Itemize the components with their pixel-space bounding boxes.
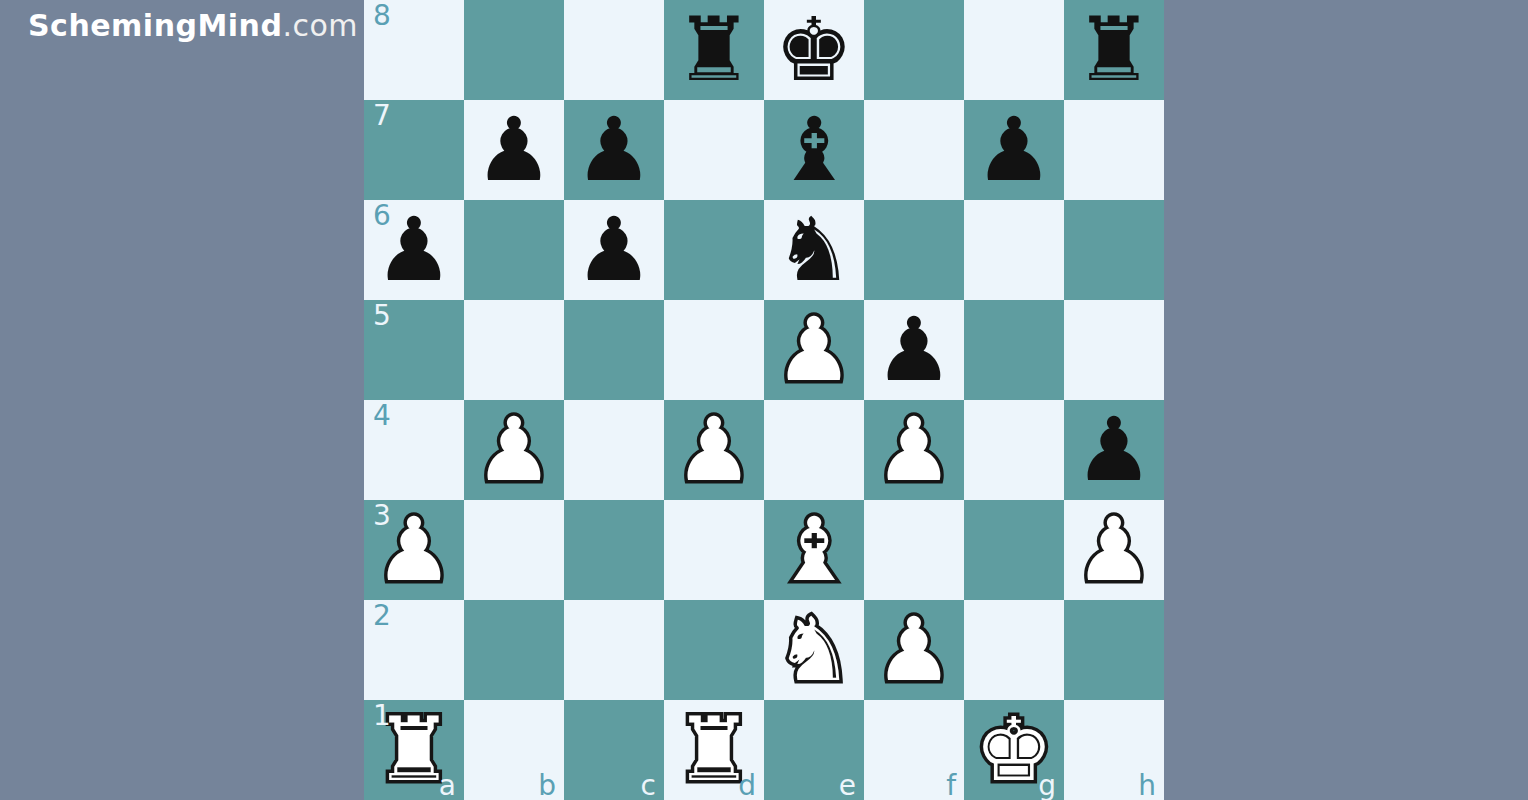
- square-f3[interactable]: [864, 500, 964, 600]
- piece-glyph: ♟: [775, 306, 854, 394]
- square-g3[interactable]: [964, 500, 1064, 600]
- square-c7[interactable]: ♟: [564, 100, 664, 200]
- square-d7[interactable]: [664, 100, 764, 200]
- piece-glyph: ♟: [575, 206, 654, 294]
- piece-white-rook[interactable]: ♜♜: [364, 700, 464, 800]
- file-label-f: f: [946, 771, 956, 800]
- site-logo-name: SchemingMind: [28, 8, 282, 43]
- square-g7[interactable]: ♟: [964, 100, 1064, 200]
- square-c5[interactable]: [564, 300, 664, 400]
- square-a2[interactable]: 2: [364, 600, 464, 700]
- file-label-h: h: [1138, 771, 1156, 800]
- square-a4[interactable]: 4: [364, 400, 464, 500]
- square-g2[interactable]: [964, 600, 1064, 700]
- square-c8[interactable]: [564, 0, 664, 100]
- square-e2[interactable]: ♞♞: [764, 600, 864, 700]
- piece-glyph: ♜: [675, 6, 754, 94]
- square-a5[interactable]: 5: [364, 300, 464, 400]
- square-d3[interactable]: [664, 500, 764, 600]
- piece-white-rook[interactable]: ♜♜: [664, 700, 764, 800]
- piece-white-pawn[interactable]: ♟♟: [364, 500, 464, 600]
- site-logo-suffix: .com: [282, 8, 358, 43]
- chess-board: 8♜♚♜7♟♟♝♟♟6♟♞5♟♟♟4♟♟♟♟♟♟♟♟♟3♝♝♟♟2♞♞♟♟♜♜1…: [364, 0, 1164, 800]
- square-h6[interactable]: [1064, 200, 1164, 300]
- piece-black-bishop[interactable]: ♝: [764, 100, 864, 200]
- square-h1[interactable]: h: [1064, 700, 1164, 800]
- square-d1[interactable]: ♜♜d: [664, 700, 764, 800]
- site-logo[interactable]: SchemingMind.com: [28, 8, 358, 43]
- square-f5[interactable]: ♟: [864, 300, 964, 400]
- piece-black-pawn[interactable]: ♟: [864, 300, 964, 400]
- piece-glyph: ♟: [375, 206, 454, 294]
- piece-black-rook[interactable]: ♜: [664, 0, 764, 100]
- piece-black-pawn[interactable]: ♟: [1064, 400, 1164, 500]
- square-a6[interactable]: ♟6: [364, 200, 464, 300]
- square-e4[interactable]: [764, 400, 864, 500]
- piece-glyph: ♟: [875, 306, 954, 394]
- rank-label-2: 2: [373, 601, 391, 632]
- piece-glyph: ♟: [875, 406, 954, 494]
- rank-label-5: 5: [373, 301, 391, 332]
- square-c3[interactable]: [564, 500, 664, 600]
- square-f1[interactable]: f: [864, 700, 964, 800]
- piece-glyph: ♜: [375, 706, 454, 794]
- square-a7[interactable]: 7: [364, 100, 464, 200]
- piece-white-bishop[interactable]: ♝♝: [764, 500, 864, 600]
- piece-glyph: ♟: [975, 106, 1054, 194]
- square-f4[interactable]: ♟♟: [864, 400, 964, 500]
- square-h4[interactable]: ♟: [1064, 400, 1164, 500]
- rank-label-7: 7: [373, 101, 391, 132]
- square-f7[interactable]: [864, 100, 964, 200]
- square-d8[interactable]: ♜: [664, 0, 764, 100]
- square-g8[interactable]: [964, 0, 1064, 100]
- piece-glyph: ♚: [975, 706, 1054, 794]
- square-b5[interactable]: [464, 300, 564, 400]
- piece-black-pawn[interactable]: ♟: [564, 200, 664, 300]
- square-e5[interactable]: ♟♟: [764, 300, 864, 400]
- piece-white-pawn[interactable]: ♟♟: [464, 400, 564, 500]
- square-c6[interactable]: ♟: [564, 200, 664, 300]
- square-c1[interactable]: c: [564, 700, 664, 800]
- piece-white-pawn[interactable]: ♟♟: [764, 300, 864, 400]
- square-f6[interactable]: [864, 200, 964, 300]
- piece-glyph: ♝: [775, 506, 854, 594]
- square-b2[interactable]: [464, 600, 564, 700]
- square-h3[interactable]: ♟♟: [1064, 500, 1164, 600]
- piece-black-pawn[interactable]: ♟: [564, 100, 664, 200]
- square-h7[interactable]: [1064, 100, 1164, 200]
- file-label-b: b: [538, 771, 556, 800]
- square-h5[interactable]: [1064, 300, 1164, 400]
- piece-glyph: ♝: [775, 106, 854, 194]
- square-b3[interactable]: [464, 500, 564, 600]
- square-h2[interactable]: [1064, 600, 1164, 700]
- rank-label-8: 8: [373, 1, 391, 32]
- piece-white-pawn[interactable]: ♟♟: [1064, 500, 1164, 600]
- square-g4[interactable]: [964, 400, 1064, 500]
- square-d5[interactable]: [664, 300, 764, 400]
- piece-glyph: ♞: [775, 206, 854, 294]
- piece-black-pawn[interactable]: ♟: [464, 100, 564, 200]
- piece-glyph: ♟: [375, 506, 454, 594]
- rank-label-4: 4: [373, 401, 391, 432]
- piece-glyph: ♟: [475, 406, 554, 494]
- square-g5[interactable]: [964, 300, 1064, 400]
- piece-white-king[interactable]: ♚♚: [964, 700, 1064, 800]
- square-c4[interactable]: [564, 400, 664, 500]
- file-label-e: e: [839, 771, 856, 800]
- piece-black-king[interactable]: ♚: [764, 0, 864, 100]
- square-c2[interactable]: [564, 600, 664, 700]
- square-b8[interactable]: [464, 0, 564, 100]
- piece-glyph: ♚: [775, 6, 854, 94]
- square-a3[interactable]: ♟♟3: [364, 500, 464, 600]
- piece-black-rook[interactable]: ♜: [1064, 0, 1164, 100]
- piece-glyph: ♟: [475, 106, 554, 194]
- piece-white-pawn[interactable]: ♟♟: [864, 600, 964, 700]
- square-a8[interactable]: 8: [364, 0, 464, 100]
- square-f8[interactable]: [864, 0, 964, 100]
- square-d4[interactable]: ♟♟: [664, 400, 764, 500]
- square-e7[interactable]: ♝: [764, 100, 864, 200]
- square-h8[interactable]: ♜: [1064, 0, 1164, 100]
- square-b7[interactable]: ♟: [464, 100, 564, 200]
- square-e3[interactable]: ♝♝: [764, 500, 864, 600]
- piece-white-knight[interactable]: ♞♞: [764, 600, 864, 700]
- square-g1[interactable]: ♚♚g: [964, 700, 1064, 800]
- square-d2[interactable]: [664, 600, 764, 700]
- square-a1[interactable]: ♜♜1a: [364, 700, 464, 800]
- piece-glyph: ♟: [675, 406, 754, 494]
- square-f2[interactable]: ♟♟: [864, 600, 964, 700]
- piece-white-pawn[interactable]: ♟♟: [664, 400, 764, 500]
- piece-white-pawn[interactable]: ♟♟: [864, 400, 964, 500]
- square-b4[interactable]: ♟♟: [464, 400, 564, 500]
- square-g6[interactable]: [964, 200, 1064, 300]
- piece-black-knight[interactable]: ♞: [764, 200, 864, 300]
- piece-glyph: ♟: [1075, 506, 1154, 594]
- piece-glyph: ♟: [575, 106, 654, 194]
- square-d6[interactable]: [664, 200, 764, 300]
- square-b6[interactable]: [464, 200, 564, 300]
- piece-glyph: ♟: [875, 606, 954, 694]
- square-e8[interactable]: ♚: [764, 0, 864, 100]
- piece-glyph: ♜: [1075, 6, 1154, 94]
- square-e6[interactable]: ♞: [764, 200, 864, 300]
- piece-glyph: ♜: [675, 706, 754, 794]
- piece-black-pawn[interactable]: ♟: [364, 200, 464, 300]
- file-label-c: c: [641, 771, 656, 800]
- piece-black-pawn[interactable]: ♟: [964, 100, 1064, 200]
- piece-glyph: ♞: [775, 606, 854, 694]
- piece-glyph: ♟: [1075, 406, 1154, 494]
- square-e1[interactable]: e: [764, 700, 864, 800]
- square-b1[interactable]: b: [464, 700, 564, 800]
